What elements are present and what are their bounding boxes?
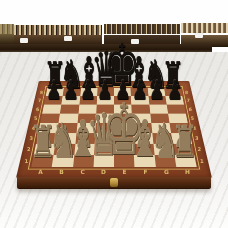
- square-h2: [173, 144, 195, 155]
- square-f4: [132, 123, 151, 133]
- square-e4: [114, 123, 133, 133]
- board-border: [16, 81, 212, 178]
- square-h3: [171, 133, 192, 144]
- square-a8: [46, 88, 64, 96]
- square-g6: [149, 105, 168, 114]
- square-a4: [38, 123, 59, 133]
- background-pieces-row: [104, 24, 180, 34]
- square-e7: [114, 96, 131, 105]
- background-pieces-row: [181, 23, 228, 33]
- square-d3: [94, 133, 114, 144]
- square-d5: [96, 114, 114, 124]
- price-tag: [195, 33, 203, 38]
- square-f1: [134, 155, 155, 167]
- square-f3: [133, 133, 153, 144]
- square-b7: [62, 96, 80, 105]
- square-a5: [40, 114, 60, 124]
- square-h4: [169, 123, 190, 133]
- square-a2: [34, 144, 56, 155]
- square-d1: [93, 155, 114, 167]
- square-e3: [114, 133, 134, 144]
- square-d2: [94, 144, 114, 155]
- square-h6: [166, 105, 185, 114]
- square-e2: [114, 144, 134, 155]
- square-c8: [80, 88, 97, 96]
- square-d6: [96, 105, 114, 114]
- square-e6: [114, 105, 132, 114]
- square-b1: [52, 155, 74, 167]
- background-chess-set-1: [0, 24, 14, 46]
- square-f6: [131, 105, 149, 114]
- square-g1: [154, 155, 176, 167]
- brass-clasp-icon: [110, 178, 118, 187]
- square-e1: [114, 155, 135, 167]
- background-pieces-row: [0, 24, 14, 34]
- square-d8: [97, 88, 114, 96]
- square-f7: [131, 96, 149, 105]
- square-f5: [132, 114, 151, 124]
- background-pieces-row: [14, 25, 102, 35]
- square-c3: [75, 133, 95, 144]
- square-f2: [134, 144, 155, 155]
- square-d7: [97, 96, 114, 105]
- chess-board: [16, 81, 212, 178]
- square-h1: [174, 155, 197, 167]
- shelf-front-edge: [0, 44, 212, 52]
- background-wall: [0, 0, 228, 24]
- square-h8: [164, 88, 182, 96]
- square-c6: [78, 105, 96, 114]
- chess-set-product-photo: ABCDEFGH1122334455667788♜♞♝♛♚♝♞♜♟♟♟♟♟♟♟♟…: [0, 0, 228, 228]
- square-b4: [57, 123, 77, 133]
- square-b5: [59, 114, 78, 124]
- square-e8: [114, 88, 131, 96]
- square-a6: [42, 105, 61, 114]
- square-g4: [151, 123, 171, 133]
- square-e5: [114, 114, 132, 124]
- square-b2: [54, 144, 75, 155]
- square-a7: [44, 96, 63, 105]
- square-a1: [31, 155, 54, 167]
- square-h7: [165, 96, 184, 105]
- board-box-front-edge: [17, 177, 211, 189]
- price-tag: [64, 36, 72, 41]
- square-d4: [95, 123, 114, 133]
- square-g3: [152, 133, 173, 144]
- square-c2: [74, 144, 95, 155]
- square-g5: [150, 114, 169, 124]
- square-g8: [147, 88, 165, 96]
- square-c5: [77, 114, 96, 124]
- square-f8: [131, 88, 148, 96]
- square-c7: [79, 96, 97, 105]
- square-a3: [36, 133, 57, 144]
- square-b6: [60, 105, 79, 114]
- square-c4: [76, 123, 95, 133]
- square-c1: [73, 155, 94, 167]
- square-g2: [153, 144, 174, 155]
- square-b8: [63, 88, 81, 96]
- square-b3: [55, 133, 76, 144]
- price-tag: [20, 38, 28, 43]
- board-grid: [31, 88, 197, 167]
- square-g7: [148, 96, 166, 105]
- square-h5: [168, 114, 188, 124]
